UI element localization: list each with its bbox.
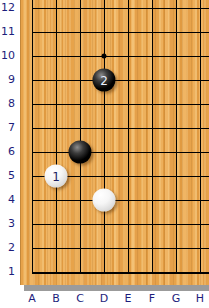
grid-line-row-4 [32,200,209,201]
black-stone-D9[interactable]: 2 [93,69,116,92]
black-stone-C6[interactable] [69,141,92,164]
column-label-C: C [68,292,92,306]
grid-line-row-12 [32,8,209,9]
grid-line-row-8 [32,104,209,105]
grid-line-row-2 [32,248,209,249]
grid-line-row-9 [32,80,209,81]
grid-line-col-B [56,0,57,274]
row-label-2: 2 [0,240,15,256]
move-number-label: 2 [100,74,108,86]
star-point-D10 [102,54,107,59]
grid-line-row-11 [32,32,209,33]
row-label-4: 4 [0,192,15,208]
column-label-D: D [92,292,116,306]
white-stone-D4[interactable] [93,189,116,212]
grid-line-row-10 [32,56,209,57]
grid-line-row-7 [32,128,209,129]
grid-line-col-A [32,0,33,274]
grid-line-row-3 [32,224,209,225]
column-label-G: G [164,292,188,306]
column-label-F: F [140,292,164,306]
row-label-11: 11 [0,24,15,40]
grid-line-col-G [176,0,177,274]
row-label-9: 9 [0,72,15,88]
column-label-E: E [116,292,140,306]
grid-line-col-H [200,0,201,274]
row-label-5: 5 [0,168,15,184]
white-stone-B5[interactable]: 1 [45,165,68,188]
row-label-7: 7 [0,120,15,136]
grid-line-row-6 [32,152,209,153]
row-label-12: 12 [0,0,15,16]
move-number-label: 1 [52,170,60,182]
board-shadow [24,285,209,291]
row-label-8: 8 [0,96,15,112]
go-board[interactable] [20,0,209,285]
grid-line-col-F [152,0,153,274]
column-label-B: B [44,292,68,306]
row-label-10: 10 [0,48,15,64]
grid-line-col-C [80,0,81,274]
grid-line-row-1 [32,272,209,274]
row-label-3: 3 [0,216,15,232]
grid-line-col-D [104,0,105,274]
row-label-6: 6 [0,144,15,160]
go-diagram: 12 123456789101112 ABCDEFGH [0,0,209,308]
grid-line-col-E [128,0,129,274]
row-label-1: 1 [0,264,15,280]
column-label-H: H [188,292,209,306]
column-label-A: A [20,292,44,306]
